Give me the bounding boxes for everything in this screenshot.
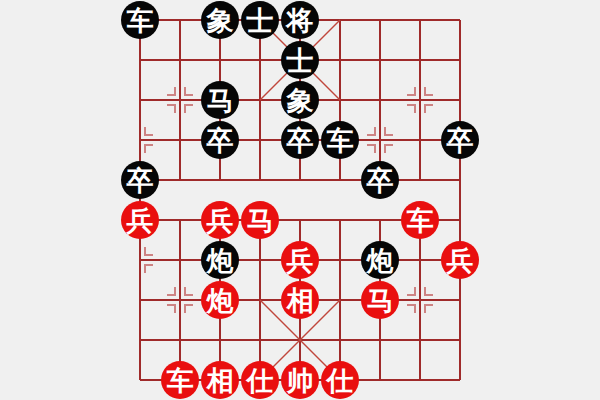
piece-black-pawn-2[interactable]: 卒 — [281, 121, 319, 159]
piece-red-elephant-1[interactable]: 相 — [281, 281, 319, 319]
piece-red-chariot-1[interactable]: 车 — [401, 201, 439, 239]
piece-black-elephant-2[interactable]: 象 — [281, 81, 319, 119]
piece-black-advisor-2[interactable]: 士 — [281, 41, 319, 79]
piece-black-general[interactable]: 将 — [281, 1, 319, 39]
piece-black-chariot-2[interactable]: 车 — [321, 121, 359, 159]
piece-red-general[interactable]: 帅 — [281, 361, 319, 399]
piece-black-pawn-1[interactable]: 卒 — [201, 121, 239, 159]
piece-red-advisor-2[interactable]: 仕 — [321, 361, 359, 399]
xiangqi-board[interactable]: 车象士将士马象卒卒车卒卒卒炮炮兵兵马车兵兵炮相马车相仕帅仕 — [0, 0, 600, 400]
piece-black-advisor-1[interactable]: 士 — [241, 1, 279, 39]
piece-red-horse-2[interactable]: 马 — [361, 281, 399, 319]
piece-red-pawn-3[interactable]: 兵 — [281, 241, 319, 279]
piece-red-pawn-2[interactable]: 兵 — [201, 201, 239, 239]
piece-red-chariot-2[interactable]: 车 — [161, 361, 199, 399]
piece-black-pawn-4[interactable]: 卒 — [121, 161, 159, 199]
piece-black-pawn-5[interactable]: 卒 — [361, 161, 399, 199]
piece-red-pawn-1[interactable]: 兵 — [121, 201, 159, 239]
piece-red-pawn-4[interactable]: 兵 — [441, 241, 479, 279]
piece-black-cannon-2[interactable]: 炮 — [361, 241, 399, 279]
piece-red-elephant-2[interactable]: 相 — [201, 361, 239, 399]
piece-red-advisor-1[interactable]: 仕 — [241, 361, 279, 399]
piece-black-cannon-1[interactable]: 炮 — [201, 241, 239, 279]
piece-red-cannon[interactable]: 炮 — [201, 281, 239, 319]
piece-black-elephant-1[interactable]: 象 — [201, 1, 239, 39]
piece-black-chariot-1[interactable]: 车 — [121, 1, 159, 39]
piece-black-horse[interactable]: 马 — [201, 81, 239, 119]
piece-red-horse-1[interactable]: 马 — [241, 201, 279, 239]
piece-black-pawn-3[interactable]: 卒 — [441, 121, 479, 159]
